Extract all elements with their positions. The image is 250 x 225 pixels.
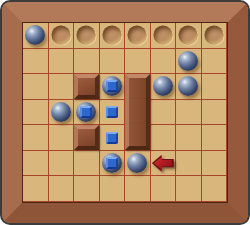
- wood-wall: [125, 99, 150, 126]
- hole[interactable]: [77, 26, 96, 45]
- cell-r7c3: [74, 176, 100, 202]
- hole[interactable]: [102, 26, 121, 45]
- cell-r7c4: [100, 176, 126, 202]
- cell-r6c4[interactable]: [100, 151, 126, 177]
- cell-r3c5: [125, 74, 151, 100]
- cell-r4c2[interactable]: [49, 100, 75, 126]
- hole[interactable]: [204, 26, 223, 45]
- cell-r6c8: [202, 151, 228, 177]
- wood-wall: [125, 74, 150, 100]
- cell-r6c1: [23, 151, 49, 177]
- cell-r4c3[interactable]: [74, 100, 100, 126]
- cell-r5c3: [74, 125, 100, 151]
- cell-r7c5: [125, 176, 151, 202]
- cell-r5c1: [23, 125, 49, 151]
- arrow-left-icon[interactable]: [152, 155, 174, 172]
- wood-wall: [125, 124, 150, 150]
- goal-square: [80, 106, 92, 118]
- cell-r7c8: [202, 176, 228, 202]
- board: [22, 22, 228, 203]
- hole[interactable]: [128, 26, 147, 45]
- cell-r2c2: [49, 49, 75, 75]
- cell-r4c1: [23, 100, 49, 126]
- cell-r5c7: [176, 125, 202, 151]
- cell-r5c4[interactable]: [100, 125, 126, 151]
- cell-r1c8[interactable]: [202, 23, 228, 49]
- marble[interactable]: [51, 102, 71, 122]
- cell-r7c6: [151, 176, 177, 202]
- marble[interactable]: [178, 76, 198, 96]
- cell-r3c6[interactable]: [151, 74, 177, 100]
- cell-r5c2: [49, 125, 75, 151]
- wood-block: [74, 125, 99, 150]
- cell-r6c3: [74, 151, 100, 177]
- cell-r6c6[interactable]: [151, 151, 177, 177]
- goal-square: [106, 80, 118, 92]
- cell-r2c1: [23, 49, 49, 75]
- cell-r2c4: [100, 49, 126, 75]
- goal-square[interactable]: [106, 106, 118, 118]
- window-outline: [0, 0, 250, 225]
- cell-r6c5[interactable]: [125, 151, 151, 177]
- goal-square[interactable]: [106, 132, 118, 144]
- game-window: [0, 0, 250, 225]
- cell-r4c8: [202, 100, 228, 126]
- cell-r3c8: [202, 74, 228, 100]
- cell-r2c6: [151, 49, 177, 75]
- cell-r2c3: [74, 49, 100, 75]
- marble[interactable]: [178, 51, 198, 71]
- cell-r5c5: [125, 125, 151, 151]
- cell-r1c1[interactable]: [23, 23, 49, 49]
- cell-r3c4[interactable]: [100, 74, 126, 100]
- cell-r6c7: [176, 151, 202, 177]
- cell-r1c2[interactable]: [49, 23, 75, 49]
- cell-r3c7[interactable]: [176, 74, 202, 100]
- cell-r5c8: [202, 125, 228, 151]
- cell-r2c8: [202, 49, 228, 75]
- cell-r1c7[interactable]: [176, 23, 202, 49]
- cell-r7c1: [23, 176, 49, 202]
- cell-r7c2: [49, 176, 75, 202]
- cell-r1c3[interactable]: [74, 23, 100, 49]
- cell-r3c1: [23, 74, 49, 100]
- cell-r1c6[interactable]: [151, 23, 177, 49]
- cell-r1c4[interactable]: [100, 23, 126, 49]
- cell-r3c2: [49, 74, 75, 100]
- cell-r1c5[interactable]: [125, 23, 151, 49]
- cell-r2c5: [125, 49, 151, 75]
- cell-r4c4[interactable]: [100, 100, 126, 126]
- wooden-frame: [2, 2, 248, 223]
- cell-r5c6: [151, 125, 177, 151]
- hole[interactable]: [153, 26, 172, 45]
- hole[interactable]: [51, 26, 70, 45]
- marble[interactable]: [153, 76, 173, 96]
- cell-r4c5: [125, 100, 151, 126]
- marble[interactable]: [127, 153, 147, 173]
- cell-r7c7: [176, 176, 202, 202]
- cell-r3c3: [74, 74, 100, 100]
- marble[interactable]: [25, 25, 45, 45]
- cell-r4c6: [151, 100, 177, 126]
- hole[interactable]: [179, 26, 198, 45]
- cell-r2c7[interactable]: [176, 49, 202, 75]
- goal-square: [106, 157, 118, 169]
- cell-r6c2: [49, 151, 75, 177]
- wood-block: [74, 74, 99, 99]
- cell-r4c7: [176, 100, 202, 126]
